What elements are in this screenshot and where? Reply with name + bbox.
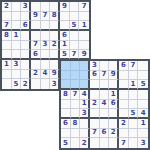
cell-bottom_right-r5c8[interactable]: [129, 100, 139, 110]
cell-top_left-r4c3[interactable]: [21, 31, 31, 41]
cell-top_left-r6c5[interactable]: [41, 50, 51, 60]
cell-top_left-r3c1[interactable]: 7: [2, 21, 12, 31]
cell-top_left-r5c4[interactable]: 7: [31, 41, 41, 51]
cell-top_left-r5c5[interactable]: 3: [41, 41, 51, 51]
cell-bottom_right-r6c3[interactable]: 3: [80, 109, 90, 119]
cell-bottom_right-r8c9[interactable]: [138, 129, 148, 139]
cell-top_left-r9c4[interactable]: [31, 79, 41, 89]
cell-bottom_right-r2c8[interactable]: [129, 71, 139, 81]
cell-bottom_right-r2c3[interactable]: [80, 71, 90, 81]
cell-bottom_right-r9c6[interactable]: [109, 138, 119, 148]
cell-top_left-r7c2[interactable]: 3: [12, 60, 22, 70]
cell-bottom_right-r6c7[interactable]: [119, 109, 129, 119]
cell-top_left-r2c6[interactable]: 8: [50, 12, 60, 22]
cell-bottom_right-r2c4[interactable]: 6: [90, 71, 100, 81]
cell-top_left-r1c1[interactable]: 2: [2, 2, 12, 12]
cell-bottom_right-r4c3[interactable]: 4: [80, 90, 90, 100]
cell-bottom_right-r8c8[interactable]: [129, 129, 139, 139]
cell-bottom_right-r4c2[interactable]: 7: [71, 90, 81, 100]
cell-bottom_right-r3c1[interactable]: [61, 80, 71, 90]
cell-bottom_right-r9c3[interactable]: 2: [80, 138, 90, 148]
cell-top_left-r3c4[interactable]: [31, 21, 41, 31]
cell-top_left-r3c6[interactable]: [50, 21, 60, 31]
cell-bottom_right-r1c6[interactable]: [109, 61, 119, 71]
cell-top_left-r4c6[interactable]: [50, 31, 60, 41]
cell-bottom_right-r6c5[interactable]: [100, 109, 110, 119]
cell-top_left-r1c3[interactable]: 3: [21, 2, 31, 12]
cell-bottom_right-r6c8[interactable]: 5: [129, 109, 139, 119]
cell-bottom_right-r5c9[interactable]: [138, 100, 148, 110]
cell-top_left-r7c3[interactable]: [21, 60, 31, 70]
cell-bottom_right-r7c9[interactable]: 1: [138, 119, 148, 129]
cell-bottom_right-r9c5[interactable]: [100, 138, 110, 148]
cell-bottom_right-r8c2[interactable]: [71, 129, 81, 139]
cell-top_left-r4c4[interactable]: [31, 31, 41, 41]
cell-top_left-r5c7[interactable]: 1: [60, 41, 70, 51]
cell-bottom_right-r9c1[interactable]: 5: [61, 138, 71, 148]
cell-top_left-r4c8[interactable]: [70, 31, 80, 41]
cell-bottom_right-r4c6[interactable]: 1: [109, 90, 119, 100]
cell-bottom_right-r3c6[interactable]: [109, 80, 119, 90]
cell-bottom_right-r2c6[interactable]: 9: [109, 71, 119, 81]
cell-top_left-r5c1[interactable]: [2, 41, 12, 51]
cell-top_left-r5c8[interactable]: [70, 41, 80, 51]
cell-top_left-r1c4[interactable]: [31, 2, 41, 12]
cell-top_left-r4c1[interactable]: 8: [2, 31, 12, 41]
cell-bottom_right-r8c5[interactable]: 6: [100, 129, 110, 139]
cell-top_left-r2c3[interactable]: [21, 12, 31, 22]
cell-bottom_right-r3c2[interactable]: [71, 80, 81, 90]
cell-bottom_right-r7c6[interactable]: [109, 119, 119, 129]
cell-bottom_right-r3c7[interactable]: [119, 80, 129, 90]
cell-top_left-r1c7[interactable]: 9: [60, 2, 70, 12]
cell-bottom_right-r1c3[interactable]: [80, 61, 90, 71]
cell-top_left-r3c5[interactable]: [41, 21, 51, 31]
cell-bottom_right-r5c6[interactable]: 6: [109, 100, 119, 110]
cell-bottom_right-r1c7[interactable]: 6: [119, 61, 129, 71]
cell-top_left-r9c2[interactable]: 5: [12, 79, 22, 89]
cell-bottom_right-r4c1[interactable]: 8: [61, 90, 71, 100]
cell-bottom_right-r4c9[interactable]: [138, 90, 148, 100]
cell-top_left-r6c4[interactable]: 6: [31, 50, 41, 60]
cell-bottom_right-r1c2[interactable]: [71, 61, 81, 71]
cell-top_left-r3c9[interactable]: 1: [79, 21, 89, 31]
cell-bottom_right-r7c1[interactable]: 6: [61, 119, 71, 129]
cell-bottom_right-r9c4[interactable]: [90, 138, 100, 148]
cell-bottom_right-r9c8[interactable]: [129, 138, 139, 148]
cell-top_left-r4c7[interactable]: 6: [60, 31, 70, 41]
cell-bottom_right-r3c5[interactable]: [100, 80, 110, 90]
cell-bottom_right-r4c4[interactable]: [90, 90, 100, 100]
cell-top_left-r5c3[interactable]: [21, 41, 31, 51]
grid-bottom-right: 367679158741124635468217625273: [59, 59, 150, 150]
cell-bottom_right-r4c5[interactable]: [100, 90, 110, 100]
cell-bottom_right-r5c4[interactable]: 2: [90, 100, 100, 110]
cell-top_left-r2c2[interactable]: [12, 12, 22, 22]
sudoku-twins-board: 239797876518167321657913249523 367679158…: [0, 0, 150, 150]
cell-bottom_right-r6c2[interactable]: [71, 109, 81, 119]
cell-bottom_right-r5c7[interactable]: [119, 100, 129, 110]
cell-bottom_right-r4c8[interactable]: [129, 90, 139, 100]
cell-bottom_right-r3c8[interactable]: 1: [129, 80, 139, 90]
cell-bottom_right-r6c6[interactable]: [109, 109, 119, 119]
cell-top_left-r8c5[interactable]: 4: [41, 70, 51, 80]
cell-top_left-r3c3[interactable]: 6: [21, 21, 31, 31]
cell-bottom_right-r2c7[interactable]: [119, 71, 129, 81]
cell-top_left-r2c9[interactable]: [79, 12, 89, 22]
cell-bottom_right-r7c8[interactable]: [129, 119, 139, 129]
cell-top_left-r5c9[interactable]: [79, 41, 89, 51]
cell-bottom_right-r2c1[interactable]: [61, 71, 71, 81]
cell-top_left-r2c7[interactable]: [60, 12, 70, 22]
cell-top_left-r9c1[interactable]: [2, 79, 12, 89]
cell-top_left-r1c8[interactable]: [70, 2, 80, 12]
cell-bottom_right-r7c5[interactable]: [100, 119, 110, 129]
cell-top_left-r4c2[interactable]: 1: [12, 31, 22, 41]
cell-bottom_right-r3c4[interactable]: [90, 80, 100, 90]
cell-bottom_right-r5c1[interactable]: [61, 100, 71, 110]
cell-bottom_right-r1c8[interactable]: 7: [129, 61, 139, 71]
cell-bottom_right-r3c9[interactable]: 5: [138, 80, 148, 90]
cell-bottom_right-r7c4[interactable]: [90, 119, 100, 129]
cell-bottom_right-r8c4[interactable]: 7: [90, 129, 100, 139]
cell-bottom_right-r7c2[interactable]: 8: [71, 119, 81, 129]
cell-bottom_right-r2c2[interactable]: [71, 71, 81, 81]
cell-top_left-r7c4[interactable]: [31, 60, 41, 70]
cell-bottom_right-r4c7[interactable]: [119, 90, 129, 100]
cell-top_left-r1c2[interactable]: [12, 2, 22, 12]
cell-bottom_right-r7c3[interactable]: [80, 119, 90, 129]
cell-bottom_right-r6c9[interactable]: 4: [138, 109, 148, 119]
cell-bottom_right-r8c6[interactable]: 2: [109, 129, 119, 139]
cell-top_left-r8c4[interactable]: 2: [31, 70, 41, 80]
cell-bottom_right-r2c9[interactable]: [138, 71, 148, 81]
cell-top_left-r3c2[interactable]: [12, 21, 22, 31]
cell-bottom_right-r9c7[interactable]: 7: [119, 138, 129, 148]
cell-bottom_right-r8c7[interactable]: [119, 129, 129, 139]
cell-top_left-r4c5[interactable]: [41, 31, 51, 41]
cell-bottom_right-r3c3[interactable]: [80, 80, 90, 90]
cell-top_left-r5c6[interactable]: 2: [50, 41, 60, 51]
cell-top_left-r9c5[interactable]: [41, 79, 51, 89]
cell-top_left-r2c8[interactable]: [70, 12, 80, 22]
cell-top_left-r6c3[interactable]: [21, 50, 31, 60]
cell-top_left-r7c1[interactable]: 1: [2, 60, 12, 70]
cell-top_left-r3c7[interactable]: [60, 21, 70, 31]
cell-top_left-r5c2[interactable]: [12, 41, 22, 51]
cell-top_left-r6c1[interactable]: [2, 50, 12, 60]
cell-bottom_right-r6c1[interactable]: [61, 109, 71, 119]
cell-bottom_right-r6c4[interactable]: [90, 109, 100, 119]
cell-bottom_right-r8c1[interactable]: [61, 129, 71, 139]
cell-top_left-r8c2[interactable]: [12, 70, 22, 80]
cell-bottom_right-r5c2[interactable]: [71, 100, 81, 110]
cell-top_left-r2c4[interactable]: 9: [31, 12, 41, 22]
cell-bottom_right-r1c9[interactable]: [138, 61, 148, 71]
cell-top_left-r7c5[interactable]: [41, 60, 51, 70]
cell-bottom_right-r9c2[interactable]: [71, 138, 81, 148]
cell-top_left-r9c3[interactable]: 2: [21, 79, 31, 89]
cell-bottom_right-r8c3[interactable]: [80, 129, 90, 139]
cell-bottom_right-r1c4[interactable]: 3: [90, 61, 100, 71]
cell-bottom_right-r5c3[interactable]: 1: [80, 100, 90, 110]
cell-bottom_right-r2c5[interactable]: 7: [100, 71, 110, 81]
cell-bottom_right-r7c7[interactable]: 2: [119, 119, 129, 129]
cell-top_left-r6c2[interactable]: [12, 50, 22, 60]
cell-top_left-r2c5[interactable]: 7: [41, 12, 51, 22]
cell-bottom_right-r1c5[interactable]: [100, 61, 110, 71]
cell-top_left-r8c1[interactable]: [2, 70, 12, 80]
cell-bottom_right-r5c5[interactable]: 4: [100, 100, 110, 110]
cell-top_left-r2c1[interactable]: [2, 12, 12, 22]
cell-bottom_right-r1c1[interactable]: [61, 61, 71, 71]
cell-top_left-r3c8[interactable]: 5: [70, 21, 80, 31]
cell-top_left-r1c6[interactable]: [50, 2, 60, 12]
cell-top_left-r1c5[interactable]: [41, 2, 51, 12]
cell-top_left-r1c9[interactable]: 7: [79, 2, 89, 12]
cell-top_left-r4c9[interactable]: [79, 31, 89, 41]
cell-top_left-r8c3[interactable]: [21, 70, 31, 80]
cell-bottom_right-r9c9[interactable]: 3: [138, 138, 148, 148]
